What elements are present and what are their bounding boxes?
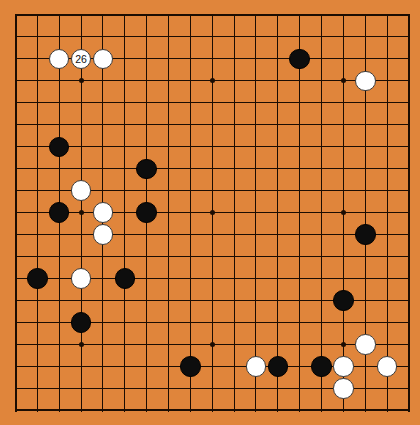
black-stone xyxy=(289,49,310,70)
black-stone xyxy=(136,159,157,180)
white-stone-move-label: 26 xyxy=(71,49,92,70)
black-stone xyxy=(311,356,332,377)
white-stone xyxy=(246,356,267,377)
black-stone xyxy=(136,202,157,223)
black-stone xyxy=(333,290,354,311)
white-stone xyxy=(93,49,114,70)
star-point xyxy=(341,78,346,83)
go-board[interactable]: 26 xyxy=(0,0,420,425)
stone-layer: 26 xyxy=(5,4,420,421)
star-point xyxy=(79,210,84,215)
star-point xyxy=(341,342,346,347)
black-stone xyxy=(268,356,289,377)
white-stone xyxy=(355,334,376,355)
white-stone xyxy=(71,268,92,289)
white-stone xyxy=(333,378,354,399)
white-stone xyxy=(377,356,398,377)
black-stone xyxy=(355,224,376,245)
white-stone xyxy=(49,49,70,70)
black-stone xyxy=(115,268,136,289)
star-point xyxy=(341,210,346,215)
black-stone xyxy=(71,312,92,333)
black-stone xyxy=(49,137,70,158)
white-stone xyxy=(93,224,114,245)
star-point xyxy=(79,78,84,83)
star-point xyxy=(79,342,84,347)
star-point xyxy=(210,78,215,83)
white-stone xyxy=(355,71,376,92)
white-stone xyxy=(333,356,354,377)
black-stone xyxy=(180,356,201,377)
black-stone xyxy=(27,268,48,289)
star-point xyxy=(210,342,215,347)
white-stone xyxy=(93,202,114,223)
star-point xyxy=(210,210,215,215)
white-stone xyxy=(71,180,92,201)
black-stone xyxy=(49,202,70,223)
